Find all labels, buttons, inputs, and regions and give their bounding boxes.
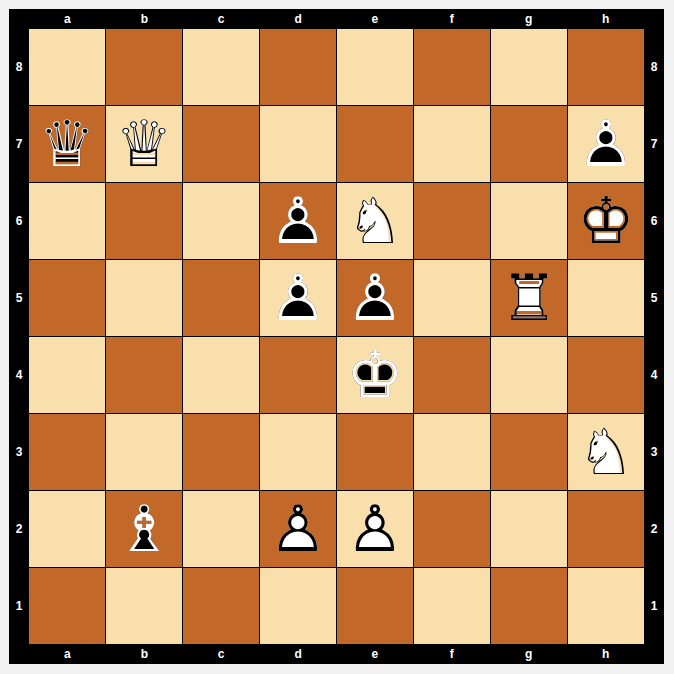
black-queen-outline: ♕ <box>29 106 105 182</box>
file-label-top-a: a <box>29 9 106 29</box>
file-labels-bottom: abcdefgh <box>29 644 644 664</box>
rank-label-right-1: 1 <box>644 567 664 644</box>
rank-label-left-2: 2 <box>9 490 29 567</box>
square-e4[interactable]: ♚♔ <box>337 337 413 413</box>
square-f3[interactable] <box>414 414 490 490</box>
black-king-outline: ♔ <box>337 337 413 413</box>
file-label-bottom-c: c <box>183 644 260 664</box>
square-h6[interactable]: ♚♔ <box>568 183 644 259</box>
square-b3[interactable] <box>106 414 182 490</box>
square-c8[interactable] <box>183 29 259 105</box>
white-pawn[interactable]: ♟♙ <box>260 491 336 567</box>
square-c6[interactable] <box>183 183 259 259</box>
white-king[interactable]: ♚♔ <box>568 183 644 259</box>
file-label-top-d: d <box>260 9 337 29</box>
square-h8[interactable] <box>568 29 644 105</box>
square-d8[interactable] <box>260 29 336 105</box>
square-c5[interactable] <box>183 260 259 336</box>
file-label-bottom-e: e <box>337 644 414 664</box>
square-f5[interactable] <box>414 260 490 336</box>
square-h3[interactable]: ♞♘ <box>568 414 644 490</box>
rank-labels-left: 87654321 <box>9 29 29 644</box>
rank-label-left-7: 7 <box>9 106 29 183</box>
rank-label-right-4: 4 <box>644 337 664 414</box>
square-b2[interactable]: ♝♗ <box>106 491 182 567</box>
white-pawn-outline: ♙ <box>337 491 413 567</box>
square-d4[interactable] <box>260 337 336 413</box>
square-e5[interactable]: ♟♙ <box>337 260 413 336</box>
black-pawn-outline: ♙ <box>337 260 413 336</box>
file-label-top-c: c <box>183 9 260 29</box>
square-c2[interactable] <box>183 491 259 567</box>
square-c4[interactable] <box>183 337 259 413</box>
white-pawn[interactable]: ♟♙ <box>337 491 413 567</box>
square-e6[interactable]: ♞♘ <box>337 183 413 259</box>
rank-label-right-7: 7 <box>644 106 664 183</box>
square-h4[interactable] <box>568 337 644 413</box>
white-king-outline: ♔ <box>568 183 644 259</box>
square-f1[interactable] <box>414 568 490 644</box>
black-pawn[interactable]: ♟♙ <box>337 260 413 336</box>
file-label-top-e: e <box>337 9 414 29</box>
rank-label-left-6: 6 <box>9 183 29 260</box>
square-e2[interactable]: ♟♙ <box>337 491 413 567</box>
white-knight-outline: ♘ <box>568 414 644 490</box>
square-d3[interactable] <box>260 414 336 490</box>
rank-label-right-3: 3 <box>644 413 664 490</box>
file-label-top-g: g <box>490 9 567 29</box>
white-rook[interactable]: ♜♖ <box>491 260 567 336</box>
square-a3[interactable] <box>29 414 105 490</box>
square-e7[interactable] <box>337 106 413 182</box>
square-a1[interactable] <box>29 568 105 644</box>
square-h2[interactable] <box>568 491 644 567</box>
square-h7[interactable]: ♟♙ <box>568 106 644 182</box>
square-d7[interactable] <box>260 106 336 182</box>
square-a7[interactable]: ♛♕ <box>29 106 105 182</box>
rank-label-right-6: 6 <box>644 183 664 260</box>
square-g6[interactable] <box>491 183 567 259</box>
white-knight-outline: ♘ <box>337 183 413 259</box>
square-b4[interactable] <box>106 337 182 413</box>
square-f7[interactable] <box>414 106 490 182</box>
square-d6[interactable]: ♟♙ <box>260 183 336 259</box>
chess-board: abcdefgh 87654321 87654321 abcdefgh ♛♕♛♕… <box>9 9 664 664</box>
black-pawn-outline: ♙ <box>260 183 336 259</box>
square-g1[interactable] <box>491 568 567 644</box>
square-b5[interactable] <box>106 260 182 336</box>
square-a4[interactable] <box>29 337 105 413</box>
file-label-top-h: h <box>567 9 644 29</box>
square-a2[interactable] <box>29 491 105 567</box>
black-pawn-outline: ♙ <box>568 106 644 182</box>
square-f6[interactable] <box>414 183 490 259</box>
black-queen[interactable]: ♛♕ <box>29 106 105 182</box>
white-queen[interactable]: ♛♕ <box>106 106 182 182</box>
square-d1[interactable] <box>260 568 336 644</box>
square-g7[interactable] <box>491 106 567 182</box>
file-label-bottom-f: f <box>413 644 490 664</box>
black-bishop[interactable]: ♝♗ <box>106 491 182 567</box>
file-label-top-f: f <box>413 9 490 29</box>
square-h5[interactable] <box>568 260 644 336</box>
square-b1[interactable] <box>106 568 182 644</box>
black-king[interactable]: ♚♔ <box>337 337 413 413</box>
square-a5[interactable] <box>29 260 105 336</box>
rank-label-left-8: 8 <box>9 29 29 106</box>
board-squares: ♛♕♛♕♟♙♟♙♞♘♚♔♟♙♟♙♜♖♚♔♞♘♝♗♟♙♟♙ <box>29 29 644 644</box>
square-a6[interactable] <box>29 183 105 259</box>
square-b8[interactable] <box>106 29 182 105</box>
white-rook-outline: ♖ <box>491 260 567 336</box>
square-f8[interactable] <box>414 29 490 105</box>
square-d5[interactable]: ♟♙ <box>260 260 336 336</box>
square-e3[interactable] <box>337 414 413 490</box>
white-knight[interactable]: ♞♘ <box>568 414 644 490</box>
black-pawn-outline: ♙ <box>260 260 336 336</box>
rank-label-right-8: 8 <box>644 29 664 106</box>
square-b7[interactable]: ♛♕ <box>106 106 182 182</box>
file-label-top-b: b <box>106 9 183 29</box>
rank-labels-right: 87654321 <box>644 29 664 644</box>
file-label-bottom-d: d <box>260 644 337 664</box>
square-b6[interactable] <box>106 183 182 259</box>
file-label-bottom-h: h <box>567 644 644 664</box>
file-label-bottom-g: g <box>490 644 567 664</box>
rank-label-left-4: 4 <box>9 337 29 414</box>
square-h1[interactable] <box>568 568 644 644</box>
white-queen-outline: ♕ <box>106 106 182 182</box>
white-pawn-outline: ♙ <box>260 491 336 567</box>
black-bishop-outline: ♗ <box>106 491 182 567</box>
black-pawn[interactable]: ♟♙ <box>260 183 336 259</box>
square-c3[interactable] <box>183 414 259 490</box>
rank-label-right-5: 5 <box>644 260 664 337</box>
square-g4[interactable] <box>491 337 567 413</box>
square-g3[interactable] <box>491 414 567 490</box>
square-f2[interactable] <box>414 491 490 567</box>
rank-label-left-1: 1 <box>9 567 29 644</box>
black-pawn[interactable]: ♟♙ <box>260 260 336 336</box>
square-a8[interactable] <box>29 29 105 105</box>
black-pawn[interactable]: ♟♙ <box>568 106 644 182</box>
square-g5[interactable]: ♜♖ <box>491 260 567 336</box>
file-label-bottom-b: b <box>106 644 183 664</box>
rank-label-left-3: 3 <box>9 413 29 490</box>
square-c1[interactable] <box>183 568 259 644</box>
file-label-bottom-a: a <box>29 644 106 664</box>
rank-label-left-5: 5 <box>9 260 29 337</box>
file-labels-top: abcdefgh <box>29 9 644 29</box>
square-f4[interactable] <box>414 337 490 413</box>
square-c7[interactable] <box>183 106 259 182</box>
square-g2[interactable] <box>491 491 567 567</box>
square-g8[interactable] <box>491 29 567 105</box>
square-e8[interactable] <box>337 29 413 105</box>
square-d2[interactable]: ♟♙ <box>260 491 336 567</box>
white-knight[interactable]: ♞♘ <box>337 183 413 259</box>
square-e1[interactable] <box>337 568 413 644</box>
rank-label-right-2: 2 <box>644 490 664 567</box>
